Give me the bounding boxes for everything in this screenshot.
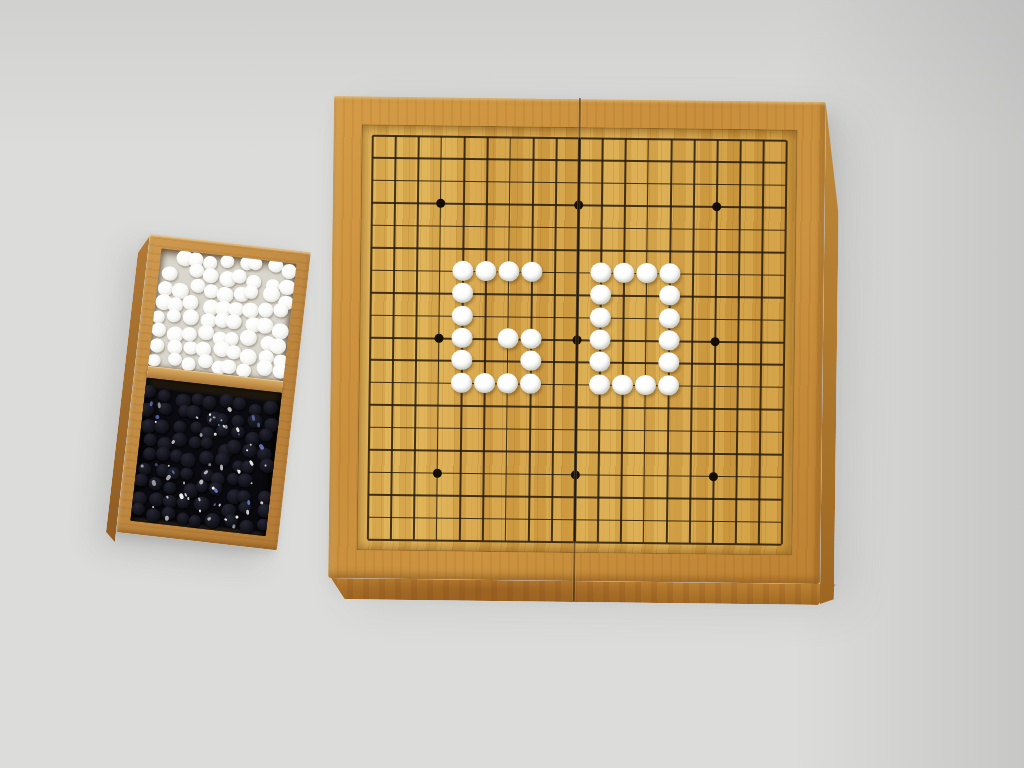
black-tray-stone <box>143 433 157 447</box>
white-tray-stone <box>149 337 166 353</box>
white-tray-stone <box>243 284 259 299</box>
black-stone-glint <box>245 510 248 515</box>
star-point <box>709 472 718 481</box>
black-tray-stone <box>145 507 161 522</box>
black-stone-glint <box>226 406 232 412</box>
black-stone-glint <box>198 510 200 513</box>
white-stone <box>497 328 518 348</box>
white-stone <box>497 373 518 393</box>
black-stone-compartment <box>130 378 281 536</box>
black-tray-stone <box>179 467 194 481</box>
white-tray-stone <box>166 308 181 322</box>
star-point <box>433 468 442 477</box>
star-point <box>434 334 443 343</box>
black-stone-glint <box>155 415 159 419</box>
black-stone-glint <box>154 420 157 423</box>
black-tray-stone <box>142 385 157 399</box>
black-stone-glint <box>220 418 223 421</box>
white-tray-stone <box>257 302 274 318</box>
black-stone-glint <box>165 516 169 522</box>
white-stone <box>589 329 610 349</box>
black-stone-glint <box>182 481 184 484</box>
black-tray-stone <box>238 519 254 534</box>
black-tray-stone <box>258 427 274 442</box>
board-bottom-edge-face <box>331 578 836 605</box>
black-tray-stone <box>232 397 247 411</box>
black-stone-glint <box>213 432 217 436</box>
white-stone <box>659 308 680 328</box>
black-stone-glint <box>212 416 215 419</box>
white-stone <box>520 373 541 393</box>
black-tray-stone <box>155 446 171 461</box>
white-stone <box>521 261 542 281</box>
go-board <box>328 96 826 584</box>
black-tray-stone <box>148 491 165 507</box>
white-stone <box>452 305 473 325</box>
board-right-edge-face <box>820 105 840 604</box>
white-stone <box>451 350 472 370</box>
white-stone <box>474 373 495 393</box>
black-stone-glint <box>199 433 202 437</box>
black-tray-stone <box>201 395 217 410</box>
white-tray-stone <box>182 309 200 326</box>
white-stone <box>452 260 473 280</box>
white-stone <box>520 351 541 371</box>
photo-scene <box>0 0 1024 768</box>
white-stone <box>520 328 541 348</box>
white-tray-stone <box>281 263 297 279</box>
white-tray-stone <box>220 254 236 269</box>
black-stone-glint <box>208 463 211 467</box>
white-stone <box>659 285 680 305</box>
black-stone-glint <box>224 424 227 429</box>
white-stone <box>452 283 473 303</box>
black-tray-stone <box>258 457 275 473</box>
black-tray-stone <box>180 452 197 468</box>
black-tray-stone <box>131 502 146 516</box>
white-tray-stone <box>256 359 274 376</box>
white-stone <box>590 262 611 282</box>
black-tray-stone <box>157 389 171 402</box>
black-tray-stone <box>199 450 215 466</box>
white-stone <box>590 284 611 304</box>
white-stone-compartment <box>148 248 296 381</box>
black-tray-stone <box>257 503 273 519</box>
white-tray-stone <box>167 352 182 367</box>
black-stone-glint <box>232 526 235 528</box>
black-tray-stone <box>262 400 278 416</box>
white-stone <box>613 262 634 282</box>
white-tray-stone <box>271 363 289 380</box>
star-point <box>710 337 719 346</box>
white-tray-stone <box>181 326 198 342</box>
black-stone-glint <box>246 449 248 451</box>
white-stone <box>451 373 472 393</box>
black-tray-stone <box>256 518 270 532</box>
white-tray-stone <box>278 279 296 296</box>
white-stone <box>475 261 496 281</box>
black-stone-glint <box>165 474 171 481</box>
white-stone <box>590 307 611 327</box>
black-tray-stone <box>193 496 210 512</box>
white-stone <box>498 261 519 281</box>
black-tray-stone <box>246 413 263 429</box>
black-stone-glint <box>213 503 216 506</box>
black-tray-stone <box>188 514 202 527</box>
black-stone-glint <box>260 501 264 504</box>
white-tray-stone <box>148 353 161 367</box>
white-stone <box>658 330 679 350</box>
white-tray-stone <box>181 356 197 371</box>
white-stone <box>612 374 633 394</box>
stone-tray <box>116 234 311 550</box>
white-stone <box>636 263 657 283</box>
black-tray-stone <box>237 472 253 488</box>
black-tray-stone <box>142 447 157 462</box>
star-point <box>436 199 445 208</box>
white-tray-stone <box>150 322 167 338</box>
white-stone <box>589 352 610 372</box>
black-tray-stone <box>185 404 201 420</box>
white-stone <box>635 375 656 395</box>
white-stone <box>658 375 679 395</box>
black-tray-stone <box>163 481 177 494</box>
white-stone <box>658 353 679 373</box>
white-tray-stone <box>161 265 178 282</box>
black-stone-glint <box>198 479 203 485</box>
white-tray-stone <box>182 294 199 310</box>
white-stone <box>589 374 610 394</box>
white-stone <box>659 263 680 283</box>
black-stone-glint <box>218 503 221 506</box>
white-stone <box>451 328 472 348</box>
star-point <box>712 202 721 211</box>
